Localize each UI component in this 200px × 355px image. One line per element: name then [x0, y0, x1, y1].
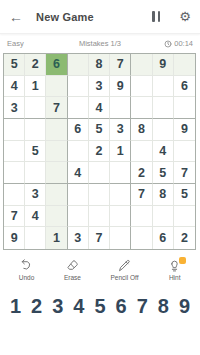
clock-icon: [164, 40, 172, 48]
undo-button[interactable]: Undo: [19, 259, 35, 281]
cell-r8c2[interactable]: 4: [25, 206, 46, 228]
cell-r6c3[interactable]: [46, 162, 67, 184]
cell-r5c9[interactable]: [174, 141, 195, 163]
cell-r3c6[interactable]: [110, 97, 131, 119]
cell-r9c9[interactable]: 2: [174, 227, 195, 249]
cell-r1c4[interactable]: [68, 54, 89, 76]
cell-r9c6[interactable]: [110, 227, 131, 249]
cell-r8c5[interactable]: [89, 206, 110, 228]
timer-value: 00:14: [174, 39, 193, 48]
cell-r6c1[interactable]: [4, 162, 25, 184]
cell-r3c7[interactable]: [131, 97, 152, 119]
hint-badge: [179, 257, 186, 264]
undo-label: Undo: [19, 274, 35, 281]
undo-icon: [20, 259, 33, 272]
cell-r7c8[interactable]: 8: [153, 184, 174, 206]
cell-r5c2[interactable]: 5: [25, 141, 46, 163]
cell-r4c3[interactable]: [46, 119, 67, 141]
cell-r9c3[interactable]: 1: [46, 227, 67, 249]
numpad-3[interactable]: 3: [52, 296, 63, 316]
pencil-button[interactable]: Pencil Off: [111, 259, 139, 281]
cell-r1c1[interactable]: 5: [4, 54, 25, 76]
numpad-5[interactable]: 5: [94, 296, 105, 316]
hint-label: Hint: [169, 274, 181, 281]
cell-r6c6[interactable]: [110, 162, 131, 184]
cell-r6c5[interactable]: [89, 162, 110, 184]
cell-r6c7[interactable]: 2: [131, 162, 152, 184]
cell-r7c9[interactable]: 5: [174, 184, 195, 206]
cell-r5c7[interactable]: [131, 141, 152, 163]
cell-r5c5[interactable]: 2: [89, 141, 110, 163]
cell-r3c9[interactable]: [174, 97, 195, 119]
cell-r9c2[interactable]: [25, 227, 46, 249]
cell-r3c5[interactable]: 4: [89, 97, 110, 119]
cell-r2c9[interactable]: 6: [174, 76, 195, 98]
cell-r7c3[interactable]: [46, 184, 67, 206]
cell-r1c5[interactable]: 8: [89, 54, 110, 76]
cell-r3c1[interactable]: 3: [4, 97, 25, 119]
timer: 00:14: [164, 39, 193, 48]
cell-r1c8[interactable]: 9: [153, 54, 174, 76]
cell-r9c7[interactable]: [131, 227, 152, 249]
cell-r8c4[interactable]: [68, 206, 89, 228]
cell-r1c2[interactable]: 2: [25, 54, 46, 76]
number-pad: 123456789: [0, 293, 200, 319]
cell-r3c8[interactable]: [153, 97, 174, 119]
numpad-2[interactable]: 2: [31, 296, 42, 316]
cell-r8c9[interactable]: [174, 206, 195, 228]
cell-r5c8[interactable]: 4: [153, 141, 174, 163]
page-title: New Game: [36, 11, 94, 23]
cell-r6c2[interactable]: [25, 162, 46, 184]
numpad-7[interactable]: 7: [137, 296, 148, 316]
numpad-8[interactable]: 8: [158, 296, 169, 316]
cell-r9c4[interactable]: 3: [68, 227, 89, 249]
app-header: ← New Game ⚙: [0, 0, 200, 34]
toolbar: Undo Erase Pencil Off Hint: [0, 259, 200, 289]
numpad-1[interactable]: 1: [10, 296, 21, 316]
cell-r7c5[interactable]: [89, 184, 110, 206]
cell-r9c1[interactable]: 9: [4, 227, 25, 249]
cell-r1c7[interactable]: [131, 54, 152, 76]
cell-r3c4[interactable]: [68, 97, 89, 119]
cell-r4c2[interactable]: [25, 119, 46, 141]
cell-r2c6[interactable]: 9: [110, 76, 131, 98]
numpad-6[interactable]: 6: [116, 296, 127, 316]
cell-r1c3[interactable]: 6: [46, 54, 67, 76]
cell-r7c2[interactable]: 3: [25, 184, 46, 206]
cell-r8c1[interactable]: 7: [4, 206, 25, 228]
cell-r2c3[interactable]: [46, 76, 67, 98]
gear-icon[interactable]: ⚙: [179, 10, 191, 23]
cell-r4c6[interactable]: 3: [110, 119, 131, 141]
cell-r4c5[interactable]: 5: [89, 119, 110, 141]
cell-r2c1[interactable]: 4: [4, 76, 25, 98]
pencil-label: Pencil Off: [111, 274, 139, 281]
cell-r2c7[interactable]: [131, 76, 152, 98]
cell-r5c6[interactable]: 1: [110, 141, 131, 163]
cell-r7c6[interactable]: [110, 184, 131, 206]
cell-r4c1[interactable]: [4, 119, 25, 141]
numpad-9[interactable]: 9: [179, 296, 190, 316]
cell-r8c7[interactable]: [131, 206, 152, 228]
cell-r4c4[interactable]: 6: [68, 119, 89, 141]
cell-r4c9[interactable]: 9: [174, 119, 195, 141]
cell-r8c6[interactable]: [110, 206, 131, 228]
eraser-icon: [66, 259, 79, 272]
cell-r7c7[interactable]: 7: [131, 184, 152, 206]
erase-button[interactable]: Erase: [64, 259, 81, 281]
cell-r3c2[interactable]: [25, 97, 46, 119]
cell-r1c9[interactable]: [174, 54, 195, 76]
cell-r9c5[interactable]: 7: [89, 227, 110, 249]
pause-icon[interactable]: [150, 9, 162, 24]
cell-r5c1[interactable]: [4, 141, 25, 163]
cell-r4c7[interactable]: 8: [131, 119, 152, 141]
cell-r3c3[interactable]: 7: [46, 97, 67, 119]
cell-r2c5[interactable]: 3: [89, 76, 110, 98]
cell-r6c4[interactable]: 4: [68, 162, 89, 184]
difficulty-label: Easy: [7, 39, 24, 48]
cell-r9c8[interactable]: 6: [153, 227, 174, 249]
numpad-4[interactable]: 4: [73, 296, 84, 316]
cell-r6c8[interactable]: 5: [153, 162, 174, 184]
cell-r2c8[interactable]: [153, 76, 174, 98]
hint-button[interactable]: Hint: [168, 259, 181, 281]
erase-label: Erase: [64, 274, 81, 281]
cell-r6c9[interactable]: 7: [174, 162, 195, 184]
cell-r2c4[interactable]: [68, 76, 89, 98]
cell-r4c8[interactable]: [153, 119, 174, 141]
cell-r5c4[interactable]: [68, 141, 89, 163]
cell-r7c1[interactable]: [4, 184, 25, 206]
cell-r8c8[interactable]: [153, 206, 174, 228]
cell-r8c3[interactable]: [46, 206, 67, 228]
back-arrow-icon[interactable]: ←: [9, 10, 23, 24]
cell-r7c4[interactable]: [68, 184, 89, 206]
sudoku-board: 526879413963746538952144257378574913762: [3, 53, 196, 250]
pencil-icon: [118, 259, 131, 272]
cell-r2c2[interactable]: 1: [25, 76, 46, 98]
status-bar: Easy Mistakes 1/3 00:14: [0, 34, 200, 53]
cell-r1c6[interactable]: 7: [110, 54, 131, 76]
cell-r5c3[interactable]: [46, 141, 67, 163]
